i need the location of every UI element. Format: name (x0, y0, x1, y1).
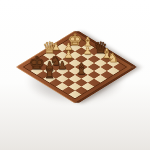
piece-black-bishop-c5[interactable]: ♝ (75, 62, 88, 76)
pieces-layer: ♚♜♟♟♞♝♛♛♟♟♟♟♚♞♝♝ (0, 0, 150, 150)
piece-white-knight-b1[interactable]: ♞ (108, 52, 119, 64)
piece-black-rook-e8[interactable]: ♜ (44, 67, 55, 79)
chess-photo-scene: ♚♜♟♟♞♝♛♛♟♟♟♟♚♞♝♝ (0, 0, 150, 150)
piece-black-king-g8[interactable]: ♚ (29, 54, 45, 72)
piece-white-pawn-e2[interactable]: ♟ (83, 46, 92, 56)
piece-black-pawn-e6[interactable]: ♟ (57, 61, 67, 72)
